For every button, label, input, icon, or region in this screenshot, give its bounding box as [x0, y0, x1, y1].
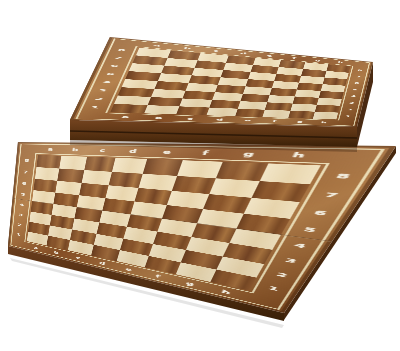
- board-square-e1: [235, 109, 265, 117]
- file-label-e-top: e: [266, 54, 272, 57]
- board-square-b1: [144, 105, 179, 114]
- board-square-f1: [262, 110, 290, 118]
- board-square-a1: [110, 104, 147, 114]
- rank-label-5-right: 5: [352, 88, 357, 90]
- rank-label-4-left: 4: [102, 81, 111, 84]
- file-label-b-bottom: b: [155, 116, 163, 119]
- file-label-a-bottom: a: [121, 116, 129, 119]
- product-photo-stage: aabbccddeeffgghh8877665544332211 aabbccd…: [0, 0, 400, 351]
- file-label-g-top: g: [315, 59, 321, 62]
- file-label-h-bottom: h: [321, 121, 327, 123]
- rank-label-1-left: 1: [90, 106, 99, 109]
- file-label-g-bottom: g: [297, 121, 303, 123]
- rank-label-3-left: 3: [98, 89, 107, 92]
- file-label-d-top: d: [240, 52, 247, 55]
- rank-label-7-left: 7: [114, 57, 123, 60]
- board-square-d1: [206, 108, 237, 117]
- rank-label-8-left: 8: [117, 49, 125, 52]
- file-label-h-top: h: [338, 61, 343, 63]
- file-label-c-top: c: [213, 50, 219, 53]
- board-square-g1: [288, 111, 315, 119]
- file-label-f-top: f: [292, 57, 296, 59]
- rank-label-3-right: 3: [349, 102, 354, 104]
- file-label-a-top: a: [153, 44, 161, 47]
- file-label-c-bottom: c: [187, 117, 194, 120]
- file-label-d-bottom: d: [216, 118, 223, 121]
- rank-label-7-right: 7: [356, 76, 361, 78]
- rank-label-8-right: 8: [357, 69, 362, 71]
- rank-label-6-right: 6: [354, 82, 359, 84]
- rank-label-2-right: 2: [347, 108, 352, 110]
- rank-label-1-right: 1: [345, 115, 350, 117]
- rank-label-6-left: 6: [110, 64, 119, 67]
- file-label-f-bottom: f: [272, 120, 276, 122]
- file-label-e-bottom: e: [244, 119, 251, 122]
- file-label-b-top: b: [183, 47, 191, 50]
- rank-label-5-left: 5: [106, 73, 115, 76]
- rank-label-4-right: 4: [351, 95, 356, 97]
- board-square-h1: [313, 112, 338, 120]
- rank-label-2-left: 2: [94, 97, 103, 100]
- board-square-c1: [176, 106, 209, 115]
